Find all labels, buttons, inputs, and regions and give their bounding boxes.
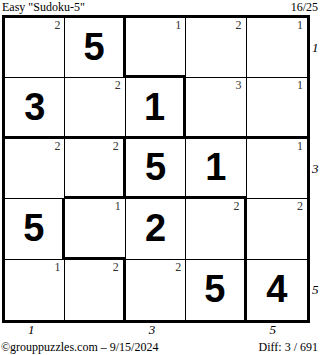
cell-r3c2[interactable]: 2 [126,199,186,259]
pencil-mark: 2 [297,199,303,213]
cell-r4c1[interactable]: 2 [65,260,125,320]
pencil-mark: 2 [236,18,242,32]
cell-r2c1[interactable]: 2 [65,139,125,199]
cell-r4c3[interactable]: 5 [186,260,246,320]
cell-r4c0[interactable]: 1 [5,260,65,320]
col-label-5: 5 [270,322,277,338]
pencil-mark: 2 [234,199,240,213]
pencil-mark: 1 [297,139,303,153]
big-digit: 5 [186,260,243,320]
pencil-mark: 1 [175,18,181,32]
difficulty-text: Diff: 3 / 691 [259,340,318,354]
big-digit: 5 [126,139,185,196]
header: Easy "Sudoku-5" 16/25 [2,0,318,14]
cell-r1c4[interactable]: 1 [247,78,307,138]
cell-r2c2[interactable]: 5 [126,139,186,199]
cell-r3c4[interactable]: 2 [247,199,307,259]
cell-r1c1[interactable]: 2 [65,78,125,138]
pencil-mark: 1 [115,199,121,213]
cell-r3c3[interactable]: 2 [186,199,246,259]
cell-r0c4[interactable]: 1 [247,18,307,78]
big-digit: 1 [186,139,245,196]
cell-r1c0[interactable]: 3 [5,78,65,138]
pencil-mark: 2 [115,78,121,92]
row-label-5: 5 [312,282,320,298]
copyright-text: ©grouppuzzles.com – 9/15/2024 [1,340,158,354]
footer: ©grouppuzzles.com – 9/15/2024 Diff: 3 / … [1,340,318,354]
pencil-mark: 2 [175,260,181,274]
big-digit: 1 [126,78,183,135]
col-label-1: 1 [28,322,35,338]
sudoku-board: 2512132131225115122212254 [2,15,310,323]
big-digit: 2 [126,199,185,258]
puzzle-counter: 16/25 [291,0,318,14]
pencil-mark: 2 [54,18,60,32]
row-label-1: 1 [312,40,320,56]
big-digit: 3 [5,78,64,135]
cell-r0c3[interactable]: 2 [186,18,246,78]
cell-r0c2[interactable]: 1 [126,18,186,78]
puzzle-title: Easy "Sudoku-5" [2,0,85,14]
cell-r2c4[interactable]: 1 [247,139,307,199]
pencil-mark: 3 [236,78,242,92]
cell-r2c0[interactable]: 2 [5,139,65,199]
cell-r1c3[interactable]: 3 [186,78,246,138]
sudoku-grid: 2512132131225115122212254 [5,18,307,320]
puzzle-page: Easy "Sudoku-5" 16/25 251213213122511512… [0,0,320,355]
col-label-3: 3 [149,322,156,338]
big-digit: 4 [247,260,307,320]
pencil-mark: 1 [54,260,60,274]
cell-r2c3[interactable]: 1 [186,139,246,199]
cell-r4c4[interactable]: 4 [247,260,307,320]
cell-r1c2[interactable]: 1 [126,78,186,138]
cell-r0c0[interactable]: 2 [5,18,65,78]
cell-r3c1[interactable]: 1 [65,199,125,259]
pencil-mark: 2 [54,139,60,153]
pencil-mark: 1 [297,18,303,32]
cell-r4c2[interactable]: 2 [126,260,186,320]
pencil-mark: 2 [113,139,119,153]
pencil-mark: 1 [297,78,303,92]
row-label-3: 3 [312,161,320,177]
big-digit: 5 [5,199,62,258]
big-digit: 5 [65,18,122,77]
pencil-mark: 2 [113,260,119,274]
cell-r0c1[interactable]: 5 [65,18,125,78]
cell-r3c0[interactable]: 5 [5,199,65,259]
